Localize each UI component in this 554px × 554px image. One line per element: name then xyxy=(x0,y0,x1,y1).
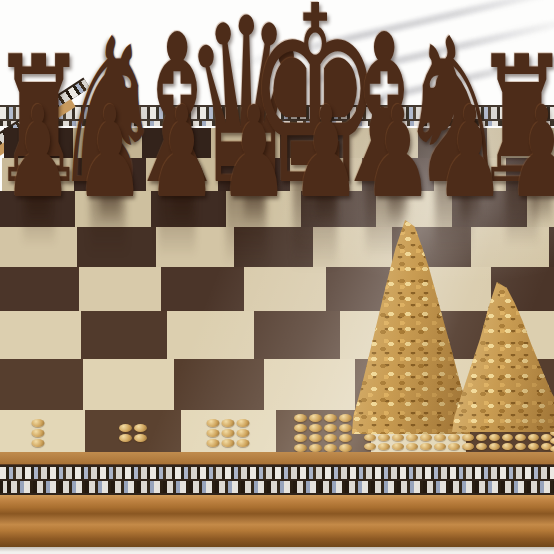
wheat-grain xyxy=(392,443,404,450)
wheat-grain xyxy=(489,443,500,450)
wheat-grain xyxy=(339,434,352,442)
grain-pile-square-2 xyxy=(119,424,147,442)
piece-pawn: ♟ xyxy=(147,90,217,216)
wheat-grain xyxy=(550,438,554,444)
wheat-grain xyxy=(448,443,460,450)
wheat-grain xyxy=(515,434,526,441)
wheat-grain xyxy=(207,429,220,437)
wheat-grain xyxy=(476,443,487,450)
board-row-rank-4 xyxy=(0,267,554,311)
wheat-grain xyxy=(502,434,513,441)
square xyxy=(0,267,79,311)
table-surface xyxy=(0,547,554,554)
wheat-grain xyxy=(237,439,250,447)
wheat-grain xyxy=(406,443,418,450)
square xyxy=(0,359,83,410)
wheat-grain xyxy=(502,443,513,450)
square xyxy=(549,227,554,267)
wheat-grain xyxy=(222,439,235,447)
wheat-grain xyxy=(119,434,132,442)
square xyxy=(167,311,254,359)
wheat-grain xyxy=(339,444,352,452)
wheat-grain xyxy=(489,434,500,441)
wheat-grain xyxy=(515,443,526,450)
square xyxy=(83,359,174,410)
wheat-grain xyxy=(237,419,250,427)
wheat-grain xyxy=(237,429,250,437)
wheat-chessboard-render: ♜♞♝♛♚♝♞♜ ♟♟♟♟♟♟♟♟ xyxy=(0,0,554,554)
wheat-grain xyxy=(309,434,322,442)
grain-pile-square-4 xyxy=(294,414,352,452)
square xyxy=(264,359,355,410)
wheat-grain xyxy=(324,424,337,432)
wheat-grain xyxy=(392,434,404,441)
wheat-grain xyxy=(207,439,220,447)
wheat-grain xyxy=(31,429,44,437)
wheat-grain xyxy=(222,429,235,437)
piece-pawn: ♟ xyxy=(435,90,505,216)
wheat-grain xyxy=(134,434,147,442)
wheat-grain xyxy=(420,434,432,441)
wheat-grain xyxy=(309,414,322,422)
square xyxy=(81,311,168,359)
grain-pile-square-1 xyxy=(31,419,44,447)
square xyxy=(0,311,81,359)
wheat-grain xyxy=(406,434,418,441)
wheat-grain xyxy=(463,443,474,450)
piece-pawn: ♟ xyxy=(219,90,289,216)
wheat-grain xyxy=(294,434,307,442)
wheat-grain xyxy=(364,434,376,441)
wheat-grain xyxy=(294,424,307,432)
board-row-rank-3 xyxy=(0,311,554,359)
wheat-grain xyxy=(434,434,446,441)
wheat-grain xyxy=(119,424,132,432)
wheat-grain xyxy=(31,439,44,447)
square xyxy=(254,311,341,359)
wheat-grain xyxy=(207,419,220,427)
wheat-grain xyxy=(309,424,322,432)
wheat-grain xyxy=(528,443,539,450)
piece-pawn: ♟ xyxy=(3,90,73,216)
piece-pawn: ♟ xyxy=(507,90,554,216)
wheat-grain xyxy=(309,444,322,452)
square xyxy=(174,359,265,410)
wheat-grain xyxy=(476,434,487,441)
wheat-grain xyxy=(339,414,352,422)
wheat-grain xyxy=(222,419,235,427)
wheat-grain xyxy=(434,443,446,450)
piece-pawn: ♟ xyxy=(363,90,433,216)
grain-pile-square-3 xyxy=(207,419,250,447)
wheat-grain xyxy=(31,419,44,427)
wheat-grain xyxy=(134,424,147,432)
square xyxy=(79,267,162,311)
wheat-grain xyxy=(324,434,337,442)
wood-frame xyxy=(0,495,554,547)
wheat-grain xyxy=(448,434,460,441)
piece-pawn: ♟ xyxy=(75,90,145,216)
wheat-grain xyxy=(463,434,474,441)
wheat-grain xyxy=(378,434,390,441)
wheat-grain xyxy=(364,443,376,450)
wheat-grain xyxy=(339,424,352,432)
piece-pawn: ♟ xyxy=(291,90,361,216)
wheat-grain xyxy=(378,443,390,450)
wheat-grain xyxy=(420,443,432,450)
wheat-grain xyxy=(528,434,539,441)
board-inlay-border-near xyxy=(0,464,554,496)
wheat-grain xyxy=(294,414,307,422)
wheat-grain xyxy=(324,444,337,452)
wheat-grain xyxy=(324,414,337,422)
wheat-grain xyxy=(294,444,307,452)
